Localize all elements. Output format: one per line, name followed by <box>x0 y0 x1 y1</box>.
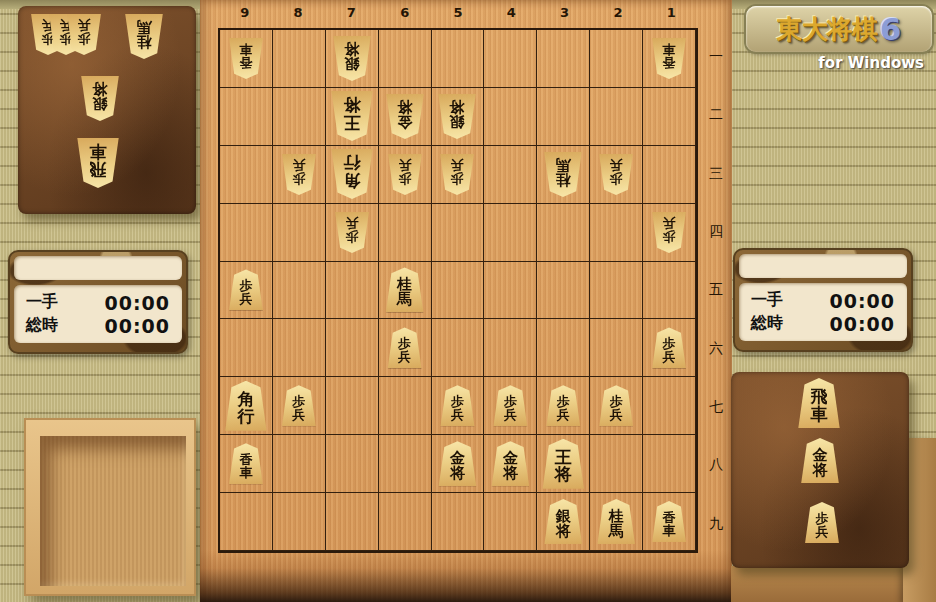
shogi-piece-gote-歩兵[interactable]: 歩兵 <box>387 154 423 195</box>
shogi-piece-sente-歩兵[interactable]: 歩兵 <box>439 385 475 426</box>
board-square-4六[interactable] <box>484 319 537 377</box>
piece-kanji: 桂馬 <box>609 504 624 540</box>
board-square-3五[interactable] <box>537 262 590 320</box>
shogi-piece-sente-歩兵[interactable]: 歩兵 <box>651 327 687 368</box>
board-square-4九[interactable] <box>484 493 537 551</box>
board-square-7四[interactable]: 歩兵 <box>326 204 379 262</box>
board-square-7五[interactable] <box>326 262 379 320</box>
piece-kanji: 金将 <box>450 446 465 482</box>
board-square-2六[interactable] <box>590 319 643 377</box>
board-square-7七[interactable] <box>326 377 379 435</box>
logo-version: 6 <box>880 11 902 47</box>
logo-title: 東大将棋 <box>777 12 877 47</box>
shogi-piece-gote-歩兵[interactable]: 歩兵 <box>651 212 687 253</box>
sente-captured-tray: 飛車金将歩兵 <box>731 372 909 568</box>
board-square-5八[interactable]: 金将 <box>432 435 485 493</box>
board-square-5七[interactable]: 歩兵 <box>432 377 485 435</box>
board-square-8四[interactable] <box>273 204 326 262</box>
logo: 東大将棋 6 for Windows <box>746 6 932 72</box>
board-square-3六[interactable] <box>537 319 590 377</box>
shogi-piece-sente-銀将[interactable]: 銀将 <box>543 499 583 544</box>
piece-kanji: 歩兵 <box>504 390 517 422</box>
piece-kanji: 歩兵 <box>610 390 623 422</box>
board-square-5九[interactable] <box>432 493 485 551</box>
board-square-8一[interactable] <box>273 30 326 88</box>
rank-label-六: 六 <box>702 320 730 378</box>
piece-kanji: 歩兵 <box>557 390 570 422</box>
board-square-3四[interactable] <box>537 204 590 262</box>
board-square-8六[interactable] <box>273 319 326 377</box>
shogi-board: 987654321 一二三四五六七八九 香車銀将香車王将金将銀将歩兵角行歩兵歩兵… <box>200 0 732 602</box>
board-square-4四[interactable] <box>484 204 537 262</box>
piece-kanji: 金将 <box>503 446 518 482</box>
board-square-6五[interactable]: 桂馬 <box>379 262 432 320</box>
board-square-1二[interactable] <box>643 88 696 146</box>
shogi-piece-sente-歩兵[interactable]: 歩兵 <box>545 385 581 426</box>
shogi-piece-gote-銀将[interactable]: 銀将 <box>80 76 120 121</box>
board-square-2七[interactable]: 歩兵 <box>590 377 643 435</box>
rank-label-三: 三 <box>702 145 730 203</box>
gote-total-time-label: 総時 <box>26 315 58 336</box>
piece-kanji: 香車 <box>239 448 252 480</box>
shogi-piece-sente-歩兵[interactable]: 歩兵 <box>804 502 840 543</box>
shogi-piece-sente-金将[interactable]: 金将 <box>437 441 477 486</box>
board-square-4一[interactable] <box>484 30 537 88</box>
board-square-4八[interactable]: 金将 <box>484 435 537 493</box>
piece-kanji: 飛車 <box>90 143 107 183</box>
board-square-8九[interactable] <box>273 493 326 551</box>
board-square-1五[interactable] <box>643 262 696 320</box>
rank-label-九: 九 <box>702 495 730 553</box>
board-square-7三[interactable]: 角行 <box>326 146 379 204</box>
sente-total-time-value: 00:00 <box>830 313 895 335</box>
board-square-9九[interactable] <box>220 493 273 551</box>
board-square-1六[interactable]: 歩兵 <box>643 319 696 377</box>
sente-total-time-label: 総時 <box>751 313 783 334</box>
board-square-2一[interactable] <box>590 30 643 88</box>
board-square-9一[interactable]: 香車 <box>220 30 273 88</box>
piece-kanji: 香車 <box>663 506 676 538</box>
file-label-4: 4 <box>485 5 538 20</box>
piece-kanji: 歩兵 <box>663 216 676 248</box>
board-square-3三[interactable]: 桂馬 <box>537 146 590 204</box>
file-label-1: 1 <box>645 5 698 20</box>
rank-label-一: 一 <box>702 28 730 86</box>
gote-name-plate <box>14 256 182 280</box>
board-square-2二[interactable] <box>590 88 643 146</box>
board-square-4七[interactable]: 歩兵 <box>484 377 537 435</box>
board-square-3八[interactable]: 王将 <box>537 435 590 493</box>
gote-time-panel: 一手 00:00 総時 00:00 <box>14 285 182 343</box>
piece-kanji: 銀将 <box>93 81 108 117</box>
piece-kanji: 歩兵 <box>610 158 623 190</box>
board-square-9二[interactable] <box>220 88 273 146</box>
piece-kanji: 桂馬 <box>397 272 412 308</box>
shogi-piece-gote-香車[interactable]: 香車 <box>651 38 687 79</box>
board-square-3二[interactable] <box>537 88 590 146</box>
board-square-3一[interactable] <box>537 30 590 88</box>
board-square-9四[interactable] <box>220 204 273 262</box>
board-square-6六[interactable]: 歩兵 <box>379 319 432 377</box>
piece-kanji: 角行 <box>237 386 254 426</box>
board-square-2八[interactable] <box>590 435 643 493</box>
shogi-piece-gote-歩兵[interactable]: 歩兵 <box>598 154 634 195</box>
sente-move-time-label: 一手 <box>751 290 783 311</box>
board-square-6八[interactable] <box>379 435 432 493</box>
file-label-5: 5 <box>431 5 484 20</box>
shogi-piece-sente-角行[interactable]: 角行 <box>224 381 268 431</box>
shogi-piece-gote-歩兵[interactable]: 歩兵 <box>334 212 370 253</box>
shogi-piece-sente-香車[interactable]: 香車 <box>228 443 264 484</box>
piece-kanji: 銀将 <box>556 504 571 540</box>
piece-box-interior <box>40 436 186 586</box>
board-square-8五[interactable] <box>273 262 326 320</box>
board-square-3七[interactable]: 歩兵 <box>537 377 590 435</box>
board-square-7二[interactable]: 王将 <box>326 88 379 146</box>
piece-box <box>24 418 196 596</box>
file-label-6: 6 <box>378 5 431 20</box>
board-square-9三[interactable] <box>220 146 273 204</box>
shogi-piece-gote-飛車[interactable]: 飛車 <box>76 138 120 188</box>
rank-label-四: 四 <box>702 203 730 261</box>
rank-label-七: 七 <box>702 378 730 436</box>
board-square-5六[interactable] <box>432 319 485 377</box>
piece-kanji: 桂馬 <box>556 156 571 192</box>
file-label-8: 8 <box>271 5 324 20</box>
piece-kanji: 飛車 <box>811 383 828 423</box>
shogi-piece-sente-歩兵[interactable]: 歩兵 <box>387 327 423 368</box>
board-square-6三[interactable]: 歩兵 <box>379 146 432 204</box>
shogi-piece-gote-角行[interactable]: 角行 <box>330 149 374 199</box>
shogi-piece-sente-歩兵[interactable]: 歩兵 <box>492 385 528 426</box>
sente-clock: 一手 00:00 総時 00:00 <box>733 248 913 352</box>
piece-kanji: 歩兵 <box>398 332 411 364</box>
shogi-piece-gote-歩兵[interactable]: 歩兵 <box>439 154 475 195</box>
board-square-2五[interactable] <box>590 262 643 320</box>
piece-kanji: 香車 <box>663 43 676 75</box>
board-square-5三[interactable]: 歩兵 <box>432 146 485 204</box>
gote-move-time-value: 00:00 <box>105 292 170 314</box>
board-square-4二[interactable] <box>484 88 537 146</box>
piece-kanji: 香車 <box>239 43 252 75</box>
sente-name-plate <box>739 254 907 278</box>
piece-kanji: 桂馬 <box>137 19 152 55</box>
board-square-6四[interactable] <box>379 204 432 262</box>
piece-kanji: 角行 <box>343 154 360 194</box>
board-square-9八[interactable]: 香車 <box>220 435 273 493</box>
shogi-piece-gote-桂馬[interactable]: 桂馬 <box>543 152 583 197</box>
board-square-9七[interactable]: 角行 <box>220 377 273 435</box>
sente-move-time-value: 00:00 <box>830 290 895 312</box>
shogi-app-window: 歩兵歩兵歩兵桂馬銀将飛車 一手 00:00 総時 00:00 987654321… <box>0 0 936 602</box>
gote-total-time-value: 00:00 <box>105 315 170 337</box>
file-label-2: 2 <box>591 5 644 20</box>
file-label-9: 9 <box>218 5 271 20</box>
piece-kanji: 歩兵 <box>292 158 305 190</box>
shogi-piece-gote-桂馬[interactable]: 桂馬 <box>124 14 164 59</box>
shogi-piece-sente-金将[interactable]: 金将 <box>490 441 530 486</box>
board-square-5二[interactable]: 銀将 <box>432 88 485 146</box>
board-square-8七[interactable]: 歩兵 <box>273 377 326 435</box>
piece-kanji: 歩兵 <box>451 158 464 190</box>
shogi-piece-gote-王将[interactable]: 王将 <box>330 91 374 141</box>
shogi-piece-sente-歩兵[interactable]: 歩兵 <box>228 269 264 310</box>
board-square-7九[interactable] <box>326 493 379 551</box>
board-square-9五[interactable]: 歩兵 <box>220 262 273 320</box>
board-square-7八[interactable] <box>326 435 379 493</box>
board-square-4三[interactable] <box>484 146 537 204</box>
shogi-piece-sente-桂馬[interactable]: 桂馬 <box>596 499 636 544</box>
piece-kanji: 歩兵 <box>345 216 358 248</box>
board-square-1九[interactable]: 香車 <box>643 493 696 551</box>
shogi-piece-sente-香車[interactable]: 香車 <box>651 501 687 542</box>
piece-kanji: 歩兵 <box>78 19 91 51</box>
rank-label-五: 五 <box>702 261 730 319</box>
shogi-piece-gote-香車[interactable]: 香車 <box>228 38 264 79</box>
shogi-piece-sente-飛車[interactable]: 飛車 <box>797 378 841 428</box>
logo-subtitle: for Windows <box>746 52 932 72</box>
piece-kanji: 歩兵 <box>663 332 676 364</box>
file-labels: 987654321 <box>218 5 698 20</box>
board-square-1八[interactable] <box>643 435 696 493</box>
piece-kanji: 歩兵 <box>816 507 829 539</box>
shogi-piece-sente-桂馬[interactable]: 桂馬 <box>385 267 425 312</box>
board-square-6二[interactable]: 金将 <box>379 88 432 146</box>
file-label-3: 3 <box>538 5 591 20</box>
shogi-piece-sente-歩兵[interactable]: 歩兵 <box>281 385 317 426</box>
gote-clock: 一手 00:00 総時 00:00 <box>8 250 188 354</box>
piece-kanji: 歩兵 <box>292 390 305 422</box>
board-square-7一[interactable]: 銀将 <box>326 30 379 88</box>
board-square-3九[interactable]: 銀将 <box>537 493 590 551</box>
board-square-5五[interactable] <box>432 262 485 320</box>
shogi-piece-sente-王将[interactable]: 王将 <box>541 439 585 489</box>
board-square-8八[interactable] <box>273 435 326 493</box>
rank-label-八: 八 <box>702 436 730 494</box>
piece-kanji: 歩兵 <box>239 274 252 306</box>
piece-kanji: 王将 <box>343 96 360 136</box>
board-square-8三[interactable]: 歩兵 <box>273 146 326 204</box>
file-label-7: 7 <box>325 5 378 20</box>
board-square-1四[interactable]: 歩兵 <box>643 204 696 262</box>
board-square-5一[interactable] <box>432 30 485 88</box>
board-square-6一[interactable] <box>379 30 432 88</box>
shogi-piece-gote-金将[interactable]: 金将 <box>385 94 425 139</box>
rank-labels: 一二三四五六七八九 <box>702 28 730 553</box>
piece-kanji: 歩兵 <box>398 158 411 190</box>
board-square-2九[interactable]: 桂馬 <box>590 493 643 551</box>
board-square-7六[interactable] <box>326 319 379 377</box>
board-square-8二[interactable] <box>273 88 326 146</box>
shogi-piece-gote-銀将[interactable]: 銀将 <box>332 36 372 81</box>
piece-kanji: 王将 <box>555 444 572 484</box>
board-square-9六[interactable] <box>220 319 273 377</box>
piece-kanji: 金将 <box>813 443 828 479</box>
piece-kanji: 金将 <box>397 99 412 135</box>
shogi-piece-gote-歩兵[interactable]: 歩兵 <box>281 154 317 195</box>
rank-label-二: 二 <box>702 86 730 144</box>
board-square-1三[interactable] <box>643 146 696 204</box>
shogi-piece-sente-金将[interactable]: 金将 <box>800 438 840 483</box>
gote-move-time-label: 一手 <box>26 292 58 313</box>
board-square-2四[interactable] <box>590 204 643 262</box>
board-square-1一[interactable]: 香車 <box>643 30 696 88</box>
board-square-1七[interactable] <box>643 377 696 435</box>
gote-captured-tray: 歩兵歩兵歩兵桂馬銀将飛車 <box>18 6 196 214</box>
board-square-6七[interactable] <box>379 377 432 435</box>
piece-kanji: 歩兵 <box>451 390 464 422</box>
shogi-piece-gote-銀将[interactable]: 銀将 <box>437 94 477 139</box>
piece-kanji: 銀将 <box>344 41 359 77</box>
logo-plate: 東大将棋 6 <box>746 6 932 52</box>
board-grid: 香車銀将香車王将金将銀将歩兵角行歩兵歩兵桂馬歩兵歩兵歩兵歩兵桂馬歩兵歩兵角行歩兵… <box>218 28 698 553</box>
board-square-4五[interactable] <box>484 262 537 320</box>
piece-kanji: 銀将 <box>450 99 465 135</box>
board-square-2三[interactable]: 歩兵 <box>590 146 643 204</box>
shogi-piece-sente-歩兵[interactable]: 歩兵 <box>598 385 634 426</box>
board-square-6九[interactable] <box>379 493 432 551</box>
board-square-5四[interactable] <box>432 204 485 262</box>
sente-time-panel: 一手 00:00 総時 00:00 <box>739 283 907 341</box>
